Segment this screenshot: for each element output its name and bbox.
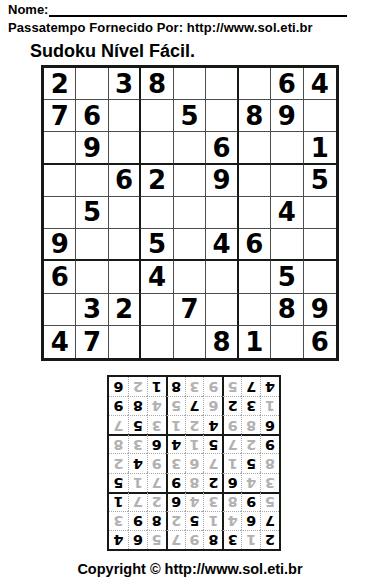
solution-cell-r2c7: 8	[147, 511, 166, 530]
cell-r5c9[interactable]	[304, 197, 336, 229]
solution-cell-r9c7: 1	[147, 377, 166, 396]
cell-r4c4[interactable]: 2	[141, 165, 173, 197]
solution-cell-r1c5: 9	[185, 530, 204, 549]
solution-cell-r6c8: 3	[128, 434, 147, 453]
solution-cell-r9c3: 5	[222, 377, 241, 396]
cell-r3c3[interactable]	[109, 132, 141, 164]
cell-r7c2[interactable]	[76, 261, 108, 293]
solution-cell-r3c7: 2	[147, 492, 166, 511]
solution-cell-r4c7: 7	[147, 473, 166, 492]
cell-r2c9[interactable]	[304, 100, 336, 132]
cell-r7c8[interactable]: 5	[271, 261, 303, 293]
solution-cell-r5c8: 4	[128, 453, 147, 472]
solution-cell-r6c6: 4	[166, 434, 185, 453]
cell-r6c6[interactable]: 4	[206, 229, 238, 261]
cell-r2c1[interactable]: 7	[44, 100, 76, 132]
solution-cell-r9c1: 4	[260, 377, 279, 396]
cell-r5c5[interactable]	[174, 197, 206, 229]
copyright-text: Copyright © http://www.sol.eti.br	[0, 561, 380, 577]
cell-r9c9[interactable]: 6	[304, 326, 336, 358]
solution-cell-r7c1: 6	[260, 415, 279, 434]
solution-cell-r9c2: 7	[241, 377, 260, 396]
solution-cell-r6c2: 2	[241, 434, 260, 453]
solution-cell-r2c8: 9	[128, 511, 147, 530]
solution-cell-r3c2: 9	[241, 492, 260, 511]
solution-cell-r7c7: 3	[147, 415, 166, 434]
cell-r2c8[interactable]: 9	[271, 100, 303, 132]
cell-r8c2[interactable]: 3	[76, 294, 108, 326]
solution-cell-r2c9: 3	[109, 511, 128, 530]
solution-cell-r1c3: 3	[222, 530, 241, 549]
solution-cell-r9c4: 9	[203, 377, 222, 396]
solution-cell-r3c6: 6	[166, 492, 185, 511]
cell-r1c2[interactable]	[76, 68, 108, 100]
cell-r3c6[interactable]: 6	[206, 132, 238, 164]
cell-r8c7[interactable]	[239, 294, 271, 326]
cell-r1c7[interactable]	[239, 68, 271, 100]
cell-r3c5[interactable]	[174, 132, 206, 164]
solution-grid-rotated: 2138975647641528935983462713462897158517…	[107, 375, 281, 551]
solution-cell-r4c8: 1	[128, 473, 147, 492]
cell-r2c5[interactable]: 5	[174, 100, 206, 132]
cell-r6c2[interactable]	[76, 229, 108, 261]
solution-cell-r5c3: 1	[222, 453, 241, 472]
page: Nome: Passatempo Fornecido Por: http://w…	[0, 0, 380, 585]
solution-cell-r4c6: 9	[166, 473, 185, 492]
cell-r6c8[interactable]	[271, 229, 303, 261]
cell-r6c9[interactable]	[304, 229, 336, 261]
solution-cell-r5c2: 5	[241, 453, 260, 472]
cell-r4c7[interactable]	[239, 165, 271, 197]
solution-cell-r8c3: 2	[222, 396, 241, 415]
solution-cell-r7c2: 8	[241, 415, 260, 434]
solution-cell-r2c5: 5	[185, 511, 204, 530]
solution-cell-r7c3: 9	[222, 415, 241, 434]
sudoku-grid: 238647658996162955495466453278947816	[41, 65, 339, 361]
solution-cell-r8c8: 8	[128, 396, 147, 415]
cell-r5c4[interactable]	[141, 197, 173, 229]
cell-r9c4[interactable]	[141, 326, 173, 358]
cell-r9c3[interactable]	[109, 326, 141, 358]
solution-cell-r7c5: 2	[185, 415, 204, 434]
solution-cell-r1c1: 2	[260, 530, 279, 549]
cell-r5c2[interactable]: 5	[76, 197, 108, 229]
cell-r7c1[interactable]: 6	[44, 261, 76, 293]
solution-cell-r1c6: 7	[166, 530, 185, 549]
solution-cell-r5c4: 7	[203, 453, 222, 472]
solution-cell-r7c6: 1	[166, 415, 185, 434]
cell-r1c6[interactable]	[206, 68, 238, 100]
solution-cell-r4c4: 2	[203, 473, 222, 492]
solution-cell-r5c9: 2	[109, 453, 128, 472]
name-blank-line	[49, 2, 347, 17]
solution-cell-r8c7: 4	[147, 396, 166, 415]
cell-r5c3[interactable]	[109, 197, 141, 229]
solution-cell-r8c9: 9	[109, 396, 128, 415]
solution-cell-r8c1: 1	[260, 396, 279, 415]
cell-r8c3[interactable]: 2	[109, 294, 141, 326]
solution-cell-r4c5: 8	[185, 473, 204, 492]
provider-text: Passatempo Fornecido Por: http://www.sol…	[8, 20, 313, 35]
solution-cell-r6c4: 5	[203, 434, 222, 453]
cell-r2c7[interactable]: 8	[239, 100, 271, 132]
cell-r3c4[interactable]	[141, 132, 173, 164]
solution-cell-r9c9: 6	[109, 377, 128, 396]
solution-cell-r7c8: 5	[128, 415, 147, 434]
page-title: Sudoku Nível Fácil.	[30, 41, 195, 62]
name-label: Nome:	[8, 2, 48, 17]
cell-r5c7[interactable]	[239, 197, 271, 229]
solution-cell-r3c4: 3	[203, 492, 222, 511]
cell-r2c2[interactable]: 6	[76, 100, 108, 132]
cell-r4c2[interactable]	[76, 165, 108, 197]
cell-r2c6[interactable]	[206, 100, 238, 132]
cell-r7c4[interactable]: 4	[141, 261, 173, 293]
solution-cell-r9c6: 8	[166, 377, 185, 396]
solution-cell-r2c1: 7	[260, 511, 279, 530]
solution-cell-r2c6: 2	[166, 511, 185, 530]
solution-cell-r1c2: 1	[241, 530, 260, 549]
solution-cell-r6c3: 7	[222, 434, 241, 453]
solution-cell-r5c1: 8	[260, 453, 279, 472]
solution-cell-r3c8: 7	[128, 492, 147, 511]
solution-cell-r2c4: 1	[203, 511, 222, 530]
solution-cell-r1c9: 4	[109, 530, 128, 549]
cell-r1c5[interactable]	[174, 68, 206, 100]
cell-r3c7[interactable]	[239, 132, 271, 164]
solution-cell-r6c9: 8	[109, 434, 128, 453]
cell-r2c4[interactable]	[141, 100, 173, 132]
solution-cell-r9c5: 3	[185, 377, 204, 396]
cell-r7c7[interactable]	[239, 261, 271, 293]
solution-cell-r3c3: 8	[222, 492, 241, 511]
cell-r4c5[interactable]	[174, 165, 206, 197]
solution-cell-r4c9: 5	[109, 473, 128, 492]
cell-r6c1[interactable]: 9	[44, 229, 76, 261]
solution-cell-r8c4: 6	[203, 396, 222, 415]
solution-cell-r3c9: 1	[109, 492, 128, 511]
cell-r9c1[interactable]: 4	[44, 326, 76, 358]
cell-r1c1[interactable]: 2	[44, 68, 76, 100]
solution-cell-r3c1: 5	[260, 492, 279, 511]
solution-cell-r5c6: 3	[166, 453, 185, 472]
cell-r3c8[interactable]	[271, 132, 303, 164]
cell-r5c1[interactable]	[44, 197, 76, 229]
solution-cell-r1c8: 6	[128, 530, 147, 549]
solution-cell-r8c2: 3	[241, 396, 260, 415]
cell-r1c4[interactable]: 8	[141, 68, 173, 100]
solution-cell-r4c3: 6	[222, 473, 241, 492]
solution-cell-r7c9: 7	[109, 415, 128, 434]
cell-r3c1[interactable]	[44, 132, 76, 164]
cell-r7c5[interactable]	[174, 261, 206, 293]
solution-cell-r6c7: 6	[147, 434, 166, 453]
cell-r5c8[interactable]: 4	[271, 197, 303, 229]
cell-r7c3[interactable]	[109, 261, 141, 293]
cell-r6c4[interactable]: 5	[141, 229, 173, 261]
cell-r4c1[interactable]	[44, 165, 76, 197]
solution-cell-r5c5: 6	[185, 453, 204, 472]
name-row: Nome:	[8, 2, 347, 17]
solution-cell-r2c2: 6	[241, 511, 260, 530]
solution-cell-r1c4: 8	[203, 530, 222, 549]
solution-cell-r2c3: 4	[222, 511, 241, 530]
cell-r2c3[interactable]	[109, 100, 141, 132]
cell-r4c8[interactable]	[271, 165, 303, 197]
solution-cell-r4c1: 3	[260, 473, 279, 492]
solution-cell-r9c8: 2	[128, 377, 147, 396]
cell-r9c6[interactable]: 8	[206, 326, 238, 358]
solution-cell-r7c4: 4	[203, 415, 222, 434]
cell-r9c5[interactable]	[174, 326, 206, 358]
solution-cell-r5c7: 9	[147, 453, 166, 472]
cell-r9c2[interactable]: 7	[76, 326, 108, 358]
cell-r7c6[interactable]	[206, 261, 238, 293]
cell-r3c9[interactable]: 1	[304, 132, 336, 164]
cell-r8c6[interactable]	[206, 294, 238, 326]
cell-r5c6[interactable]	[206, 197, 238, 229]
solution-cell-r1c7: 5	[147, 530, 166, 549]
solution-cell-r6c5: 1	[185, 434, 204, 453]
cell-r8c4[interactable]	[141, 294, 173, 326]
cell-r9c8[interactable]	[271, 326, 303, 358]
cell-r4c3[interactable]: 6	[109, 165, 141, 197]
solution-cell-r6c1: 9	[260, 434, 279, 453]
cell-r8c8[interactable]: 8	[271, 294, 303, 326]
cell-r4c9[interactable]: 5	[304, 165, 336, 197]
cell-r1c9[interactable]: 4	[304, 68, 336, 100]
cell-r6c3[interactable]	[109, 229, 141, 261]
cell-r3c2[interactable]: 9	[76, 132, 108, 164]
solution-cell-r8c6: 5	[166, 396, 185, 415]
solution-cell-r4c2: 4	[241, 473, 260, 492]
cell-r1c8[interactable]: 6	[271, 68, 303, 100]
cell-r9c7[interactable]: 1	[239, 326, 271, 358]
cell-r8c5[interactable]: 7	[174, 294, 206, 326]
cell-r8c9[interactable]: 9	[304, 294, 336, 326]
cell-r7c9[interactable]	[304, 261, 336, 293]
cell-r4c6[interactable]: 9	[206, 165, 238, 197]
solution-cell-r3c5: 4	[185, 492, 204, 511]
cell-r6c5[interactable]	[174, 229, 206, 261]
cell-r8c1[interactable]	[44, 294, 76, 326]
cell-r1c3[interactable]: 3	[109, 68, 141, 100]
cell-r6c7[interactable]: 6	[239, 229, 271, 261]
solution-cell-r8c5: 7	[185, 396, 204, 415]
